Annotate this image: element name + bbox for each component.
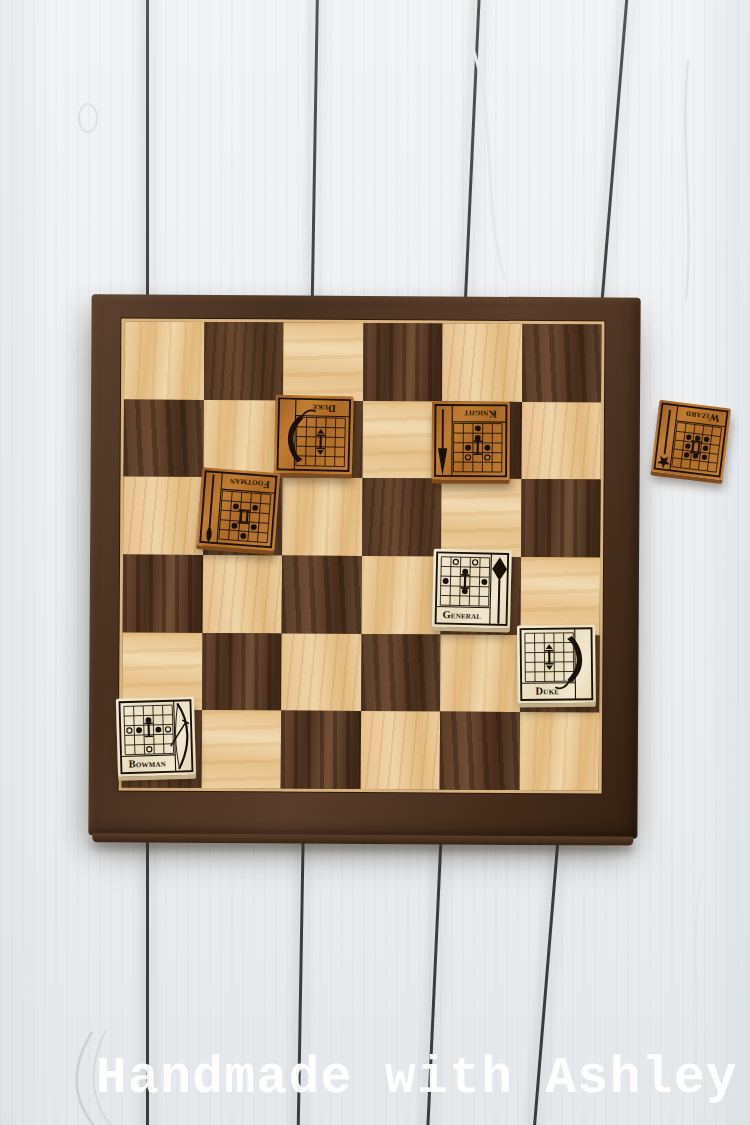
tile-knight-dark[interactable]: Knight <box>432 401 510 479</box>
tile-bowman-light[interactable]: Bowman <box>116 697 196 777</box>
tile-layer: Duke Knight Footman General Duke <box>119 319 599 788</box>
tile-label: Duke <box>522 683 574 699</box>
tile-label: Bowman <box>121 755 173 772</box>
tile-label: Duke <box>298 400 350 417</box>
tile-label: Knight <box>455 406 507 422</box>
tile-footman-dark[interactable]: Footman <box>197 467 281 551</box>
watermark-text: Handmade with Ashley <box>96 1053 738 1105</box>
tile-wizard-dark[interactable]: Wizard <box>651 400 731 480</box>
tile-duke-light[interactable]: Duke <box>517 625 596 704</box>
game-board: Duke Knight Footman General Duke <box>88 294 640 838</box>
tile-label: General <box>436 607 488 624</box>
tile-duke-dark[interactable]: Duke <box>274 395 354 475</box>
tile-general-light[interactable]: General <box>432 549 512 629</box>
